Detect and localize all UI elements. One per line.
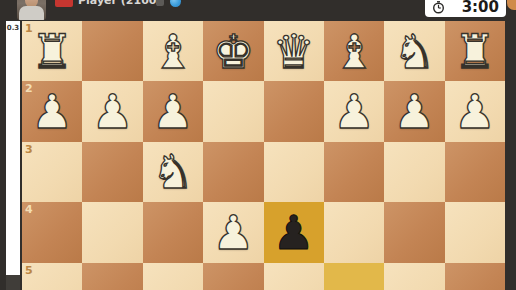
square-g3[interactable] [82, 142, 142, 202]
white-pawn[interactable]: ♟ [91, 88, 133, 135]
square-e2[interactable] [203, 81, 263, 141]
square-b3[interactable] [384, 142, 444, 202]
white-pawn[interactable]: ♟ [31, 88, 73, 135]
square-b1[interactable]: ♞ [384, 21, 444, 81]
square-d1[interactable]: ♛ [264, 21, 324, 81]
eval-bar: 0.3 [6, 21, 20, 290]
square-h2[interactable]: 2♟ [22, 81, 82, 141]
square-e5[interactable] [203, 263, 263, 290]
white-king[interactable]: ♚ [212, 28, 254, 75]
square-d3[interactable] [264, 142, 324, 202]
square-g1[interactable] [82, 21, 142, 81]
clock-icon [432, 1, 445, 14]
square-g5[interactable] [82, 263, 142, 290]
white-pawn[interactable]: ♟ [333, 88, 375, 135]
square-c1[interactable]: ♝ [324, 21, 384, 81]
rank-label-1: 1 [25, 22, 33, 35]
clock-time: 3:00 [462, 0, 499, 15]
white-pawn[interactable]: ♟ [152, 88, 194, 135]
country-flag-icon [55, 0, 73, 7]
square-c3[interactable] [324, 142, 384, 202]
rank-label-2: 2 [25, 82, 33, 95]
square-e1[interactable]: ♚ [203, 21, 263, 81]
square-a1[interactable]: ♜ [445, 21, 505, 81]
square-c4[interactable] [324, 202, 384, 262]
eval-value: 0.3 [6, 24, 20, 32]
chess-board[interactable]: 1♜♝♚♛♝♞♜2♟♟♟♟♟♟3♞4♟♟5 [22, 21, 505, 290]
square-a3[interactable] [445, 142, 505, 202]
square-h3[interactable]: 3 [22, 142, 82, 202]
square-g2[interactable]: ♟ [82, 81, 142, 141]
square-a2[interactable]: ♟ [445, 81, 505, 141]
eval-bar-black-section [6, 275, 20, 290]
square-f1[interactable]: ♝ [143, 21, 203, 81]
white-queen[interactable]: ♛ [273, 28, 315, 75]
square-c5[interactable] [324, 263, 384, 290]
player-name[interactable]: Player (2100) [78, 0, 161, 9]
black-pawn[interactable]: ♟ [273, 209, 315, 256]
flair-icon [156, 0, 164, 6]
square-b2[interactable]: ♟ [384, 81, 444, 141]
square-e3[interactable] [203, 142, 263, 202]
square-d2[interactable] [264, 81, 324, 141]
square-f5[interactable] [143, 263, 203, 290]
square-b4[interactable] [384, 202, 444, 262]
square-f4[interactable] [143, 202, 203, 262]
white-pawn[interactable]: ♟ [212, 209, 254, 256]
white-knight[interactable]: ♞ [393, 28, 435, 75]
top-player-bar: Player (2100) 3:00 [0, 0, 516, 21]
square-g4[interactable] [82, 202, 142, 262]
rank-label-5: 5 [25, 264, 33, 277]
partial-icon [507, 0, 516, 10]
avatar[interactable] [17, 0, 46, 20]
square-c2[interactable]: ♟ [324, 81, 384, 141]
square-h5[interactable]: 5 [22, 263, 82, 290]
white-rook[interactable]: ♜ [454, 28, 496, 75]
square-a4[interactable] [445, 202, 505, 262]
square-h4[interactable]: 4 [22, 202, 82, 262]
square-d5[interactable] [264, 263, 324, 290]
white-bishop[interactable]: ♝ [333, 28, 375, 75]
player-clock: 3:00 [425, 0, 506, 17]
square-e4[interactable]: ♟ [203, 202, 263, 262]
square-h1[interactable]: 1♜ [22, 21, 82, 81]
square-a5[interactable] [445, 263, 505, 290]
white-pawn[interactable]: ♟ [393, 88, 435, 135]
rank-label-3: 3 [25, 143, 33, 156]
square-f2[interactable]: ♟ [143, 81, 203, 141]
white-rook[interactable]: ♜ [31, 28, 73, 75]
rank-label-4: 4 [25, 203, 33, 216]
white-knight[interactable]: ♞ [152, 148, 194, 195]
white-bishop[interactable]: ♝ [152, 28, 194, 75]
white-pawn[interactable]: ♟ [454, 88, 496, 135]
square-d4[interactable]: ♟ [264, 202, 324, 262]
square-b5[interactable] [384, 263, 444, 290]
badge-icon [170, 0, 181, 7]
square-f3[interactable]: ♞ [143, 142, 203, 202]
